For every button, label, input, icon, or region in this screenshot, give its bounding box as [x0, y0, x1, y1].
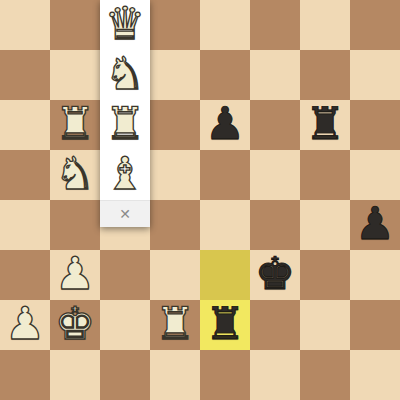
white-pawn-piece[interactable]: ♟ — [55, 249, 95, 299]
square-g2[interactable] — [300, 300, 350, 350]
square-f4[interactable] — [250, 200, 300, 250]
black-rook-piece[interactable]: ♜ — [305, 99, 345, 149]
square-e2[interactable]: ♜ — [200, 300, 250, 350]
square-b3[interactable]: ♟ — [50, 250, 100, 300]
white-rook-icon: ♜ — [105, 99, 145, 149]
black-king-piece[interactable]: ♚ — [255, 249, 295, 299]
white-rook-piece[interactable]: ♜ — [55, 99, 95, 149]
white-bishop-icon: ♝ — [105, 149, 145, 199]
square-a1[interactable] — [0, 350, 50, 400]
square-f8[interactable] — [250, 0, 300, 50]
square-a3[interactable] — [0, 250, 50, 300]
square-g3[interactable] — [300, 250, 350, 300]
square-f7[interactable] — [250, 50, 300, 100]
square-g1[interactable] — [300, 350, 350, 400]
square-f5[interactable] — [250, 150, 300, 200]
black-rook-piece[interactable]: ♜ — [205, 299, 245, 349]
square-d5[interactable] — [150, 150, 200, 200]
square-b6[interactable]: ♜ — [50, 100, 100, 150]
square-e4[interactable] — [200, 200, 250, 250]
square-d1[interactable] — [150, 350, 200, 400]
square-d7[interactable] — [150, 50, 200, 100]
promotion-option-queen[interactable]: ♛ — [100, 0, 150, 50]
square-f6[interactable] — [250, 100, 300, 150]
square-a8[interactable] — [0, 0, 50, 50]
promotion-dialog: ♛♞♜♝✕ — [100, 0, 150, 227]
square-d4[interactable] — [150, 200, 200, 250]
black-pawn-piece[interactable]: ♟ — [205, 99, 245, 149]
promotion-option-knight[interactable]: ♞ — [100, 50, 150, 100]
square-g4[interactable] — [300, 200, 350, 250]
square-h7[interactable] — [350, 50, 400, 100]
square-g7[interactable] — [300, 50, 350, 100]
square-c2[interactable] — [100, 300, 150, 350]
square-d3[interactable] — [150, 250, 200, 300]
square-e6[interactable]: ♟ — [200, 100, 250, 150]
square-a2[interactable]: ♟ — [0, 300, 50, 350]
square-d2[interactable]: ♜ — [150, 300, 200, 350]
white-rook-piece[interactable]: ♜ — [155, 299, 195, 349]
square-h6[interactable] — [350, 100, 400, 150]
square-g5[interactable] — [300, 150, 350, 200]
square-b4[interactable] — [50, 200, 100, 250]
square-e7[interactable] — [200, 50, 250, 100]
black-pawn-piece[interactable]: ♟ — [355, 199, 395, 249]
promotion-option-bishop[interactable]: ♝ — [100, 150, 150, 200]
square-b5[interactable]: ♞ — [50, 150, 100, 200]
square-h8[interactable] — [350, 0, 400, 50]
square-a7[interactable] — [0, 50, 50, 100]
square-a4[interactable] — [0, 200, 50, 250]
square-b8[interactable] — [50, 0, 100, 50]
square-e1[interactable] — [200, 350, 250, 400]
square-c3[interactable] — [100, 250, 150, 300]
white-queen-icon: ♛ — [105, 0, 145, 49]
square-f1[interactable] — [250, 350, 300, 400]
chess-board: ♜♟♜♞♟♟♚♟♚♜♜ — [0, 0, 400, 400]
square-b2[interactable]: ♚ — [50, 300, 100, 350]
square-a6[interactable] — [0, 100, 50, 150]
white-king-piece[interactable]: ♚ — [55, 299, 95, 349]
square-h2[interactable] — [350, 300, 400, 350]
square-e8[interactable] — [200, 0, 250, 50]
square-e5[interactable] — [200, 150, 250, 200]
square-g8[interactable] — [300, 0, 350, 50]
square-f2[interactable] — [250, 300, 300, 350]
square-h4[interactable]: ♟ — [350, 200, 400, 250]
square-b7[interactable] — [50, 50, 100, 100]
square-f3[interactable]: ♚ — [250, 250, 300, 300]
square-e3[interactable] — [200, 250, 250, 300]
white-knight-piece[interactable]: ♞ — [55, 149, 95, 199]
promotion-cancel-button[interactable]: ✕ — [100, 200, 150, 227]
square-h5[interactable] — [350, 150, 400, 200]
square-d6[interactable] — [150, 100, 200, 150]
square-a5[interactable] — [0, 150, 50, 200]
square-d8[interactable] — [150, 0, 200, 50]
white-knight-icon: ♞ — [105, 49, 145, 99]
square-c1[interactable] — [100, 350, 150, 400]
promotion-option-rook[interactable]: ♜ — [100, 100, 150, 150]
square-h1[interactable] — [350, 350, 400, 400]
white-pawn-piece[interactable]: ♟ — [5, 299, 45, 349]
square-g6[interactable]: ♜ — [300, 100, 350, 150]
chess-board-area: ♜♟♜♞♟♟♚♟♚♜♜ ♛♞♜♝✕ — [0, 0, 400, 400]
square-h3[interactable] — [350, 250, 400, 300]
square-b1[interactable] — [50, 350, 100, 400]
